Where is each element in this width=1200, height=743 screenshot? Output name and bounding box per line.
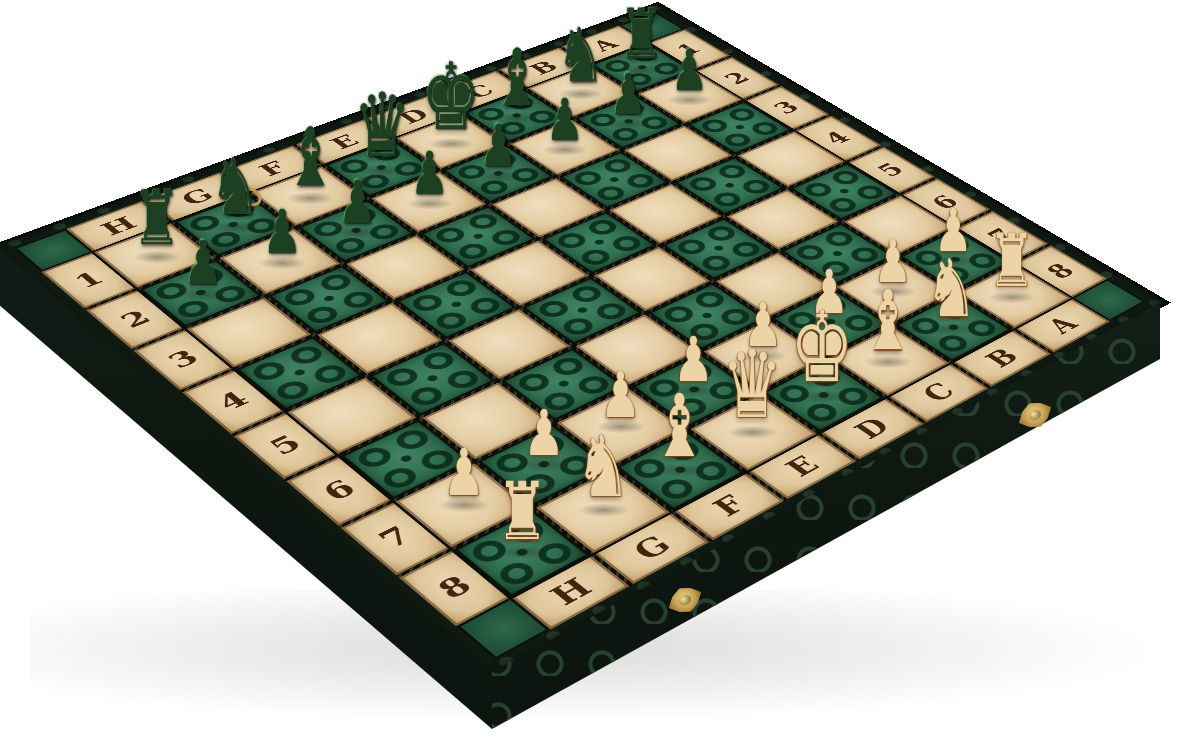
piece-black-rook-a1: ♜ (619, 1, 664, 70)
piece-white-rook-h8: ♜ (497, 472, 549, 552)
piece-black-pawn-b2: ♟ (610, 67, 647, 124)
piece-white-bishop-f8: ♝ (651, 383, 707, 470)
piece-white-queen-e8: ♛ (722, 339, 783, 433)
piece-black-pawn-g2: ♟ (262, 201, 301, 262)
piece-black-king-d1: ♚ (421, 51, 481, 143)
piece-black-pawn-d2: ♟ (480, 117, 518, 175)
piece-black-bishop-f1: ♝ (284, 118, 336, 198)
piece-black-queen-e1: ♛ (354, 82, 411, 170)
piece-white-king-d8: ♚ (790, 298, 854, 396)
piece-black-bishop-c1: ♝ (492, 39, 543, 118)
piece-black-pawn-c2: ♟ (546, 91, 584, 149)
piece-black-knight-b1: ♞ (556, 19, 604, 94)
piece-black-pawn-f2: ♟ (338, 173, 377, 232)
piece-black-rook-h1: ♜ (133, 182, 181, 257)
piece-black-pawn-a2: ♟ (671, 42, 708, 99)
piece-white-pawn-h7: ♟ (443, 439, 485, 504)
piece-white-bishop-c8: ♝ (861, 279, 915, 362)
chess-set-photo: 12345678 12345678 HGFEDCBA HGFEDCBA ♜♞♝♚… (0, 0, 1200, 743)
piece-white-rook-a8: ♜ (988, 224, 1036, 297)
piece-white-knight-b8: ♞ (925, 248, 977, 328)
piece-black-pawn-h2: ♟ (184, 233, 223, 294)
piece-black-pawn-e2: ♟ (410, 144, 449, 203)
piece-white-knight-g8: ♞ (575, 425, 631, 511)
piece-white-pawn-g7: ♟ (524, 401, 565, 464)
piece-black-knight-g1: ♞ (210, 148, 261, 227)
